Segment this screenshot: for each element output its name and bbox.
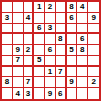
cell-r8c5[interactable] <box>45 77 56 88</box>
cell-r9c1[interactable] <box>2 88 13 99</box>
cell-r6c3[interactable] <box>24 56 35 67</box>
cell-r3c4[interactable]: 6 <box>34 24 45 35</box>
cell-r9c3[interactable]: 3 <box>24 88 35 99</box>
cell-r6c5[interactable] <box>45 56 56 67</box>
cell-r5c1[interactable] <box>2 45 13 56</box>
cell-r3c5[interactable]: 3 <box>45 24 56 35</box>
cell-r8c8[interactable] <box>77 77 88 88</box>
cell-r8c4[interactable] <box>34 77 45 88</box>
cell-r9c4[interactable] <box>34 88 45 99</box>
cell-r4c2[interactable] <box>13 34 24 45</box>
cell-r4c1[interactable] <box>2 34 13 45</box>
cell-r5c7[interactable]: 5 <box>67 45 78 56</box>
cell-r8c9[interactable]: 2 <box>88 77 99 88</box>
cell-r5c8[interactable]: 8 <box>77 45 88 56</box>
cell-r9c2[interactable]: 4 <box>13 88 24 99</box>
cell-r4c3[interactable] <box>24 34 35 45</box>
cell-r9c7[interactable] <box>67 88 78 99</box>
cell-r6c2[interactable]: 7 <box>13 56 24 67</box>
cell-r1c6[interactable] <box>56 2 67 13</box>
cell-r7c2[interactable] <box>13 67 24 78</box>
cell-r7c6[interactable]: 7 <box>56 67 67 78</box>
cell-r9c5[interactable]: 9 <box>45 88 56 99</box>
cell-r1c2[interactable] <box>13 2 24 13</box>
cell-r9c8[interactable] <box>77 88 88 99</box>
cell-r2c4[interactable] <box>34 13 45 24</box>
cell-r7c7[interactable] <box>67 67 78 78</box>
cell-r1c8[interactable]: 4 <box>77 2 88 13</box>
cell-r3c2[interactable] <box>13 24 24 35</box>
cell-r8c7[interactable]: 9 <box>67 77 78 88</box>
cell-r7c1[interactable] <box>2 67 13 78</box>
cell-r5c9[interactable] <box>88 45 99 56</box>
cell-r7c3[interactable] <box>24 67 35 78</box>
cell-r6c6[interactable] <box>56 56 67 67</box>
cell-r4c5[interactable] <box>45 34 56 45</box>
cell-r2c2[interactable] <box>13 13 24 24</box>
cell-r3c7[interactable] <box>67 24 78 35</box>
sudoku-board: 12843469638692658751787924396 <box>0 0 101 101</box>
cell-r1c7[interactable]: 8 <box>67 2 78 13</box>
cell-r4c9[interactable] <box>88 34 99 45</box>
cell-r5c3[interactable]: 2 <box>24 45 35 56</box>
cell-r2c8[interactable] <box>77 13 88 24</box>
cell-r4c6[interactable]: 8 <box>56 34 67 45</box>
cell-r4c7[interactable] <box>67 34 78 45</box>
cell-r7c4[interactable] <box>34 67 45 78</box>
cell-r8c2[interactable] <box>13 77 24 88</box>
cell-r1c5[interactable]: 2 <box>45 2 56 13</box>
cell-r2c1[interactable]: 3 <box>2 13 13 24</box>
cell-r1c1[interactable] <box>2 2 13 13</box>
cell-r2c5[interactable] <box>45 13 56 24</box>
cell-r8c6[interactable] <box>56 77 67 88</box>
cell-r8c1[interactable]: 8 <box>2 77 13 88</box>
cell-r1c4[interactable]: 1 <box>34 2 45 13</box>
cell-r7c5[interactable]: 1 <box>45 67 56 78</box>
cell-r8c3[interactable]: 7 <box>24 77 35 88</box>
cell-r4c4[interactable] <box>34 34 45 45</box>
cell-r2c6[interactable] <box>56 13 67 24</box>
cell-r6c4[interactable]: 5 <box>34 56 45 67</box>
cell-r3c8[interactable] <box>77 24 88 35</box>
cell-r6c8[interactable] <box>77 56 88 67</box>
cell-r4c8[interactable]: 6 <box>77 34 88 45</box>
cell-r9c9[interactable] <box>88 88 99 99</box>
cell-r9c6[interactable]: 6 <box>56 88 67 99</box>
cell-r5c6[interactable] <box>56 45 67 56</box>
cell-r3c1[interactable] <box>2 24 13 35</box>
cell-r1c9[interactable] <box>88 2 99 13</box>
cell-r2c7[interactable]: 6 <box>67 13 78 24</box>
cell-r2c3[interactable]: 4 <box>24 13 35 24</box>
cell-r3c3[interactable] <box>24 24 35 35</box>
cell-r3c6[interactable] <box>56 24 67 35</box>
cell-r5c2[interactable]: 9 <box>13 45 24 56</box>
cell-r7c9[interactable] <box>88 67 99 78</box>
cell-r6c7[interactable] <box>67 56 78 67</box>
cell-r3c9[interactable] <box>88 24 99 35</box>
cell-r1c3[interactable] <box>24 2 35 13</box>
cell-r7c8[interactable] <box>77 67 88 78</box>
cell-r2c9[interactable]: 9 <box>88 13 99 24</box>
cell-r5c5[interactable]: 6 <box>45 45 56 56</box>
cell-r5c4[interactable] <box>34 45 45 56</box>
cell-r6c9[interactable] <box>88 56 99 67</box>
cell-r6c1[interactable] <box>2 56 13 67</box>
